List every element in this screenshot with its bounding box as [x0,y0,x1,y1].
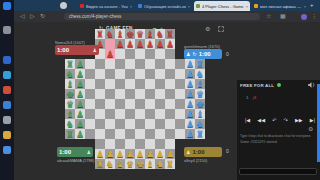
board-square[interactable] [125,89,135,99]
green-rook: ♜ [65,59,75,69]
green-pawn: ♟ [75,79,85,89]
timer-red: 1:00 ♟ [55,45,99,55]
board-square[interactable] [155,49,165,59]
board-square[interactable]: ♜ [65,59,75,69]
fullscreen-icon[interactable] [218,26,224,32]
board-square[interactable] [85,109,95,119]
board-square[interactable]: ♚ [65,89,75,99]
board-square[interactable] [125,139,135,149]
yellow-pawn: ♟ [165,149,175,159]
yellow-queen: ♛ [125,159,135,169]
green-king: ♚ [65,89,75,99]
board-square[interactable] [105,79,115,89]
blue-pawn: ♟ [185,129,195,139]
blue-king: ♚ [195,99,205,109]
board-square[interactable] [155,139,165,149]
board-square[interactable]: ♞ [195,119,205,129]
board-square[interactable] [145,69,155,79]
blue-pawn: ♟ [185,99,195,109]
red-pawn: ♟ [105,49,115,59]
blue-knight: ♞ [195,119,205,129]
red-bishop: ♝ [145,29,155,39]
board-square[interactable] [145,89,155,99]
yellow-pawn: ♟ [125,149,135,159]
green-knight: ♞ [65,69,75,79]
board-square[interactable] [175,69,185,79]
board-square[interactable] [125,119,135,129]
yellow-knight: ♞ [105,159,115,169]
blue-knight: ♞ [195,69,205,79]
red-pawn: ♟ [145,39,155,49]
board-square[interactable]: ♟ [135,149,145,159]
board-square[interactable] [115,89,125,99]
board-square[interactable] [135,119,145,129]
board-square[interactable] [145,119,155,129]
board-square[interactable] [165,59,175,69]
board-square[interactable] [165,79,175,89]
yellow-pawn: ♟ [105,149,115,159]
yellow-pawn: ♟ [115,149,125,159]
player-name-yellow: alfey4 (2150) [184,158,207,163]
green-pawn: ♟ [75,109,85,119]
board-square[interactable] [125,129,135,139]
board-square[interactable]: ♞ [155,29,165,39]
board-square[interactable] [125,49,135,59]
status-dot-icon [277,83,281,87]
green-bishop: ♝ [65,109,75,119]
board-square[interactable] [175,89,185,99]
board-square[interactable]: ♟ [75,99,85,109]
score-yellow: 0 [226,148,229,154]
sound-icon[interactable] [308,82,315,88]
board-square[interactable] [165,129,175,139]
board-square[interactable]: ♟ [165,149,175,159]
red-rook: ♜ [95,29,105,39]
board-square[interactable] [115,59,125,69]
board-square[interactable] [135,59,145,69]
board-square[interactable]: ♟ [135,39,145,49]
board-square[interactable] [145,49,155,59]
move-number: 1. [246,95,250,100]
board-square[interactable] [155,79,165,89]
player-name-green: abuaaliMAMA (1788) [57,158,94,163]
board-square[interactable] [145,79,155,89]
board-square [65,29,75,39]
board-square [85,29,95,39]
board-square[interactable]: ♚ [125,29,135,39]
blue-bishop: ♝ [195,79,205,89]
tab-close-icon[interactable]: × [188,4,190,9]
player-plate-blue: gunnhilmarm (1670) ♟ ↻ 1:00 [184,44,224,59]
red-king: ♚ [125,29,135,39]
board-square[interactable] [95,139,105,149]
move-list: 1.j3 [246,95,256,100]
bookmark-star-icon[interactable]: ☆ [266,13,271,20]
board-square[interactable] [175,79,185,89]
board-square[interactable] [125,69,135,79]
tab-label: 4 Player Chess - Game #5… [202,4,244,9]
settings-gear-icon[interactable]: ⚙ [205,25,210,32]
board-square [185,29,195,39]
blue-rook: ♜ [195,129,205,139]
board-square[interactable]: ♝ [195,109,205,119]
board-square[interactable] [175,109,185,119]
board-square[interactable] [115,79,125,89]
board-square[interactable]: ♟ [185,109,195,119]
board-square[interactable]: ♟ [75,69,85,79]
reload-icon[interactable]: ↻ [40,13,45,20]
board-square[interactable]: ♝ [65,79,75,89]
board-square[interactable]: ♜ [195,59,205,69]
board-square[interactable] [105,89,115,99]
board-square[interactable] [105,129,115,139]
tab-favicon [138,4,142,8]
board-square[interactable] [115,69,125,79]
board-square[interactable] [135,139,145,149]
player-plate-red: Nemo2k3 (1007) 1:00 ♟ [55,40,101,55]
yellow-bishop: ♝ [145,159,155,169]
timer-green: 1:00 ♟ [57,147,93,157]
board-square[interactable] [125,59,135,69]
blue-pawn: ♟ [185,109,195,119]
skip-to-end-icon[interactable]: ▶| [310,116,315,124]
board-square[interactable]: ♚ [195,99,205,109]
blue-pawn: ♟ [185,59,195,69]
yellow-knight: ♞ [155,159,165,169]
taskbar-icon-app-gray[interactable] [3,26,11,34]
board-square[interactable]: ♝ [115,29,125,39]
board-square[interactable]: ♟ [185,99,195,109]
green-pawn: ♟ [75,69,85,79]
board-square[interactable]: ♞ [65,69,75,79]
board-square[interactable] [115,119,125,129]
board-square[interactable] [145,59,155,69]
pawn-icon: ♟ [186,147,190,157]
board-square[interactable] [85,129,95,139]
board-square[interactable] [85,119,95,129]
board-square[interactable] [115,49,125,59]
tab-close-icon[interactable]: × [130,4,132,9]
tab-close-icon[interactable]: × [246,4,248,9]
board-square[interactable] [95,69,105,79]
board-square[interactable]: ♟ [75,79,85,89]
forward-icon[interactable]: ▷ [30,13,35,20]
yellow-bishop: ♝ [115,159,125,169]
board-square[interactable]: ♞ [155,159,165,169]
board-square[interactable]: ♟ [155,149,165,159]
board-square[interactable] [145,99,155,109]
board-square[interactable] [115,139,125,149]
taskbar-icon-folder[interactable] [3,131,11,139]
board-square[interactable]: ♟ [75,59,85,69]
board-square[interactable] [145,109,155,119]
board-square[interactable]: ♝ [145,159,155,169]
board-square[interactable]: ♞ [105,159,115,169]
board-square[interactable]: ♟ [95,149,105,159]
board-square[interactable] [135,129,145,139]
board-square[interactable] [165,109,175,119]
browser-tab-2[interactable]: Обучающие онлайн-кон× [136,1,192,11]
board-square[interactable] [135,49,145,59]
blue-pawn: ♟ [185,69,195,79]
red-pawn: ♟ [135,39,145,49]
board-square[interactable]: ♟ [185,59,195,69]
board-square[interactable]: ♟ [75,129,85,139]
board-square[interactable]: ♞ [105,29,115,39]
game-started-text: Game #5315291 started. [240,140,317,144]
new-tab-button[interactable]: + [310,2,314,8]
board-square[interactable] [155,89,165,99]
player-plate-green: 1:00 ♟ [57,147,95,157]
timer-blue-active: ♟ ↻ 1:00 [184,49,222,59]
tab-favicon [254,4,258,8]
board-square[interactable]: ♛ [135,29,145,39]
board-square[interactable] [145,129,155,139]
board-square[interactable] [155,99,165,109]
screen: Видео на канале - YouTu×Обучающие онлайн… [0,0,320,180]
board-square[interactable] [115,129,125,139]
taskbar [0,0,14,180]
browser-profile-icon[interactable] [60,2,67,9]
skip-to-start-icon[interactable]: |◀ [245,116,250,124]
taskbar-icon-app-blue-3[interactable] [3,101,11,109]
board-square[interactable] [135,99,145,109]
taskbar-icon-app-gray-2[interactable] [3,116,11,124]
board-square[interactable]: ♛ [65,99,75,109]
board-square[interactable] [105,69,115,79]
taskbar-icon-app-blue-4[interactable] [3,146,11,154]
move-san[interactable]: j3 [253,95,256,100]
taskbar-icon-app-red[interactable] [3,86,11,94]
board-square[interactable] [135,79,145,89]
board-square[interactable] [105,59,115,69]
board-square[interactable]: ♞ [195,69,205,79]
board-square [75,29,85,39]
board-square[interactable] [175,99,185,109]
board-square[interactable] [135,109,145,119]
board-square[interactable] [165,69,175,79]
browser-tab-1[interactable]: Видео на канале - YouTu× [78,1,134,11]
board-square[interactable]: ♟ [105,149,115,159]
timer-yellow: ♟ 1:00 [184,147,222,157]
red-queen: ♛ [135,29,145,39]
green-pawn: ♟ [75,129,85,139]
board-square[interactable] [95,119,105,129]
board-square[interactable]: ♟ [105,49,115,59]
board-square[interactable]: ♝ [145,29,155,39]
panel-gear-icon[interactable]: ⚙ [308,125,313,132]
board-square[interactable] [135,69,145,79]
red-pawn: ♟ [115,39,125,49]
taskbar-icon-app-blue-1[interactable] [3,56,11,64]
board-square[interactable]: ♞ [65,119,75,129]
board-square[interactable]: ♜ [195,129,205,139]
board-square[interactable] [165,99,175,109]
tab-label: Видео на канале - YouTu [86,4,128,9]
tab-favicon [196,4,200,8]
green-queen: ♛ [65,99,75,109]
board-square [195,29,205,39]
green-bishop: ♝ [65,79,75,89]
yellow-pawn: ♟ [95,149,105,159]
board-square[interactable]: ♜ [165,159,175,169]
browser-tab-3[interactable]: 4 Player Chess - Game #5…× [194,1,250,11]
blue-queen: ♛ [195,89,205,99]
yellow-pawn: ♟ [155,149,165,159]
green-pawn: ♟ [75,119,85,129]
fast-rewind-icon[interactable]: ◀◀ [257,116,265,124]
board-square[interactable] [165,119,175,129]
board-square[interactable]: ♜ [165,29,175,39]
pawn-icon: ♟ [93,45,97,55]
menu-dots-icon[interactable]: ⋮ [311,13,317,20]
green-knight: ♞ [65,119,75,129]
green-pawn: ♟ [75,99,85,109]
address-bar[interactable]: chess.com/4-player-chess [64,13,260,20]
board-square[interactable] [85,99,95,109]
board-square[interactable] [155,129,165,139]
back-icon[interactable]: ◁ [20,13,25,20]
board-square[interactable] [165,49,175,59]
board-square[interactable]: ♜ [95,159,105,169]
tab-favicon [80,4,84,8]
board-square[interactable]: ♚ [135,159,145,169]
board-square[interactable] [125,109,135,119]
step-forward-icon[interactable]: ↷ [284,116,288,124]
green-pawn: ♟ [75,89,85,99]
board-square[interactable]: ♟ [145,149,155,159]
step-back-icon[interactable]: ↶ [272,116,276,124]
yellow-pawn: ♟ [135,149,145,159]
yellow-rook: ♜ [165,159,175,169]
chat-input[interactable] [239,168,317,175]
red-pawn: ♟ [125,39,135,49]
red-pawn: ♟ [155,39,165,49]
green-pawn: ♟ [75,59,85,69]
board-square[interactable] [115,99,125,109]
board-square[interactable] [175,119,185,129]
board-square[interactable]: ♜ [65,129,75,139]
board-square[interactable]: ♟ [125,39,135,49]
board-square[interactable]: ♟ [185,129,195,139]
board-square[interactable] [115,109,125,119]
blue-pawn: ♟ [185,79,195,89]
board-square[interactable]: ♛ [125,159,135,169]
pawn-icon: ♟ [186,49,190,59]
board-square[interactable] [125,99,135,109]
board-square[interactable]: ♝ [195,79,205,89]
fast-forward-icon[interactable]: ▶▶ [295,116,303,124]
board-square[interactable]: ♟ [115,39,125,49]
tab-close-icon[interactable]: × [304,4,306,9]
board-square[interactable] [85,59,95,69]
red-knight: ♞ [155,29,165,39]
board-square[interactable]: ♝ [65,109,75,119]
red-rook: ♜ [165,29,175,39]
board-square[interactable] [95,79,105,89]
chat-hint-text: Type /stop chat to deactivate chat for e… [240,134,317,138]
blue-pawn: ♟ [185,89,195,99]
board-square[interactable] [175,129,185,139]
board-square[interactable] [105,39,115,49]
board-square[interactable]: ♟ [75,89,85,99]
board-square[interactable] [155,69,165,79]
board-square [175,29,185,39]
game-mode-label: FREE FOR ALL [240,83,274,88]
board-square[interactable]: ♟ [125,149,135,159]
red-knight: ♞ [105,29,115,39]
board-square[interactable] [165,89,175,99]
blue-pawn: ♟ [185,119,195,129]
board-square[interactable]: ♟ [165,39,175,49]
taskbar-icon-app-blue-2[interactable] [3,71,11,79]
board-square[interactable]: ♟ [75,119,85,129]
board-square[interactable]: ♟ [185,69,195,79]
board-square[interactable] [105,109,115,119]
browser-tab-4[interactable]: моя личная афиша — Ян× [252,1,308,11]
board-square[interactable] [175,59,185,69]
board-square[interactable] [95,109,105,119]
board-square[interactable]: ♟ [185,89,195,99]
board-square[interactable] [95,89,105,99]
yellow-pawn: ♟ [145,149,155,159]
board-square[interactable] [105,99,115,109]
board-square[interactable]: ♟ [115,149,125,159]
board-square[interactable] [145,139,155,149]
board-square[interactable] [95,59,105,69]
board-square[interactable] [165,139,175,149]
board-square[interactable]: ♟ [185,119,195,129]
board-square[interactable] [85,89,95,99]
green-rook: ♜ [65,129,75,139]
board-square[interactable] [155,59,165,69]
board-square[interactable]: ♟ [155,39,165,49]
player-plate-yellow: ♟ 1:00 [184,147,224,157]
taskbar-icon-edge[interactable] [3,2,11,10]
turn-indicator-icon: ↻ [192,49,196,59]
tab-label: Обучающие онлайн-кон [144,4,186,9]
tab-label: моя личная афиша — Ян [260,4,302,9]
board-square[interactable]: ♛ [195,89,205,99]
yellow-rook: ♜ [95,159,105,169]
board-square[interactable] [125,79,135,89]
board-square[interactable] [95,99,105,109]
board-square[interactable] [105,119,115,129]
nav-bar: ◁ ▷ ↻ chess.com/4-player-chess ☆ ▦ ⋮ [14,11,320,22]
board-square[interactable]: ♜ [95,29,105,39]
extensions-icon[interactable]: ▦ [280,13,286,20]
board-square[interactable] [95,129,105,139]
board-square[interactable] [85,79,95,89]
board-square[interactable] [105,139,115,149]
pawn-icon: ♟ [87,147,91,157]
board-square[interactable]: ♟ [145,39,155,49]
blue-bishop: ♝ [195,109,205,119]
board-square[interactable] [135,89,145,99]
board-square[interactable]: ♟ [75,109,85,119]
blue-rook: ♜ [195,59,205,69]
board-square[interactable] [85,69,95,79]
red-pawn: ♟ [165,39,175,49]
board-square[interactable]: ♝ [115,159,125,169]
tab-bar: Видео на канале - YouTu×Обучающие онлайн… [14,0,320,11]
board-square[interactable]: ♟ [185,79,195,89]
board-square[interactable] [155,119,165,129]
red-bishop: ♝ [115,29,125,39]
score-blue: 0 [226,51,229,57]
board-square[interactable] [155,109,165,119]
avatar[interactable] [301,14,307,20]
